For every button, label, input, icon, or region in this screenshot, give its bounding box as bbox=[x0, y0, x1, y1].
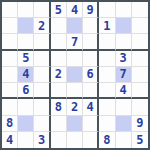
cell-r5c9[interactable] bbox=[132, 67, 148, 83]
cell-r5c4[interactable]: 2 bbox=[51, 67, 67, 83]
cell-r2c5[interactable] bbox=[67, 18, 83, 34]
cell-r8c9[interactable]: 9 bbox=[132, 116, 148, 132]
cell-r8c7[interactable] bbox=[99, 116, 115, 132]
cell-r2c4[interactable] bbox=[51, 18, 67, 34]
cell-r8c5[interactable] bbox=[67, 116, 83, 132]
cell-r5c7[interactable] bbox=[99, 67, 115, 83]
cell-r7c4[interactable]: 8 bbox=[51, 99, 67, 115]
cell-r4c8[interactable]: 3 bbox=[116, 51, 132, 67]
cell-r1c4[interactable]: 5 bbox=[51, 2, 67, 18]
cell-r6c4[interactable] bbox=[51, 83, 67, 99]
cell-r6c3[interactable] bbox=[34, 83, 50, 99]
cell-r4c2[interactable]: 5 bbox=[18, 51, 34, 67]
cell-r3c7[interactable] bbox=[99, 34, 115, 50]
cell-r3c6[interactable] bbox=[83, 34, 99, 50]
cell-r3c8[interactable] bbox=[116, 34, 132, 50]
cell-r3c2[interactable] bbox=[18, 34, 34, 50]
cell-r3c5[interactable]: 7 bbox=[67, 34, 83, 50]
cell-r7c8[interactable] bbox=[116, 99, 132, 115]
sudoku-board: 54921753426764824894385 bbox=[0, 0, 150, 150]
cell-r4c9[interactable] bbox=[132, 51, 148, 67]
cell-r8c2[interactable] bbox=[18, 116, 34, 132]
cell-r2c1[interactable] bbox=[2, 18, 18, 34]
cell-r6c8[interactable]: 4 bbox=[116, 83, 132, 99]
cell-r7c5[interactable]: 2 bbox=[67, 99, 83, 115]
cell-r1c9[interactable] bbox=[132, 2, 148, 18]
cell-r7c9[interactable] bbox=[132, 99, 148, 115]
cell-r4c4[interactable] bbox=[51, 51, 67, 67]
cell-r2c2[interactable] bbox=[18, 18, 34, 34]
cell-r2c8[interactable] bbox=[116, 18, 132, 34]
cell-r7c1[interactable] bbox=[2, 99, 18, 115]
cell-r9c9[interactable]: 5 bbox=[132, 132, 148, 148]
cell-r6c1[interactable] bbox=[2, 83, 18, 99]
cell-r4c7[interactable] bbox=[99, 51, 115, 67]
cell-r9c3[interactable]: 3 bbox=[34, 132, 50, 148]
cell-r1c8[interactable] bbox=[116, 2, 132, 18]
cell-r1c3[interactable] bbox=[34, 2, 50, 18]
cell-r1c1[interactable] bbox=[2, 2, 18, 18]
cell-r3c3[interactable] bbox=[34, 34, 50, 50]
cell-r8c6[interactable] bbox=[83, 116, 99, 132]
cell-r1c2[interactable] bbox=[18, 2, 34, 18]
cell-r7c7[interactable] bbox=[99, 99, 115, 115]
cell-r1c7[interactable] bbox=[99, 2, 115, 18]
cell-r9c4[interactable] bbox=[51, 132, 67, 148]
cell-r2c3[interactable]: 2 bbox=[34, 18, 50, 34]
cell-r9c6[interactable] bbox=[83, 132, 99, 148]
cell-r6c9[interactable] bbox=[132, 83, 148, 99]
cell-r1c5[interactable]: 4 bbox=[67, 2, 83, 18]
cell-r2c7[interactable]: 1 bbox=[99, 18, 115, 34]
cell-r6c6[interactable] bbox=[83, 83, 99, 99]
cell-r6c7[interactable] bbox=[99, 83, 115, 99]
cell-r7c2[interactable] bbox=[18, 99, 34, 115]
cell-r7c3[interactable] bbox=[34, 99, 50, 115]
cell-r3c1[interactable] bbox=[2, 34, 18, 50]
cell-r5c6[interactable]: 6 bbox=[83, 67, 99, 83]
cell-r2c9[interactable] bbox=[132, 18, 148, 34]
cell-r3c9[interactable] bbox=[132, 34, 148, 50]
cell-r6c5[interactable] bbox=[67, 83, 83, 99]
cell-r3c4[interactable] bbox=[51, 34, 67, 50]
cell-r5c5[interactable] bbox=[67, 67, 83, 83]
cell-r9c5[interactable] bbox=[67, 132, 83, 148]
cell-r9c7[interactable]: 8 bbox=[99, 132, 115, 148]
cell-r8c3[interactable] bbox=[34, 116, 50, 132]
cell-r9c1[interactable]: 4 bbox=[2, 132, 18, 148]
cell-r9c8[interactable] bbox=[116, 132, 132, 148]
cell-r4c6[interactable] bbox=[83, 51, 99, 67]
cell-r4c5[interactable] bbox=[67, 51, 83, 67]
cell-r2c6[interactable] bbox=[83, 18, 99, 34]
cell-r6c2[interactable]: 6 bbox=[18, 83, 34, 99]
cell-r5c1[interactable] bbox=[2, 67, 18, 83]
cell-r8c1[interactable]: 8 bbox=[2, 116, 18, 132]
cell-r4c3[interactable] bbox=[34, 51, 50, 67]
cell-r8c4[interactable] bbox=[51, 116, 67, 132]
cell-r7c6[interactable]: 4 bbox=[83, 99, 99, 115]
cell-r4c1[interactable] bbox=[2, 51, 18, 67]
cell-r5c8[interactable]: 7 bbox=[116, 67, 132, 83]
cell-r5c2[interactable]: 4 bbox=[18, 67, 34, 83]
cell-r5c3[interactable] bbox=[34, 67, 50, 83]
cell-r1c6[interactable]: 9 bbox=[83, 2, 99, 18]
cell-r8c8[interactable] bbox=[116, 116, 132, 132]
cell-r9c2[interactable] bbox=[18, 132, 34, 148]
